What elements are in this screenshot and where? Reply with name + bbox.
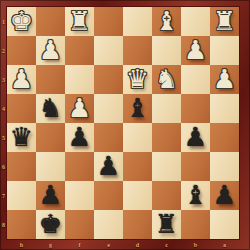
piece-black-king[interactable]: ♚ <box>39 211 62 237</box>
square-c2[interactable] <box>152 36 181 65</box>
square-a1[interactable]: ♜ <box>210 7 239 36</box>
file-label-e: e <box>94 239 123 250</box>
square-h8[interactable] <box>7 210 36 239</box>
rank-label-1: 1 <box>0 7 7 36</box>
square-h6[interactable] <box>7 152 36 181</box>
rank-label-8: 8 <box>0 210 7 239</box>
piece-white-pawn[interactable]: ♟ <box>39 37 62 63</box>
square-e5[interactable] <box>94 123 123 152</box>
file-label-b: b <box>181 239 210 250</box>
square-e2[interactable] <box>94 36 123 65</box>
piece-white-king[interactable]: ♚ <box>10 8 33 34</box>
square-h5[interactable]: ♛ <box>7 123 36 152</box>
piece-black-pawn[interactable]: ♟ <box>184 124 207 150</box>
square-b8[interactable] <box>181 210 210 239</box>
square-c5[interactable] <box>152 123 181 152</box>
square-f6[interactable] <box>65 152 94 181</box>
square-f4[interactable]: ♟ <box>65 94 94 123</box>
square-h3[interactable]: ♟ <box>7 65 36 94</box>
piece-black-pawn[interactable]: ♟ <box>39 182 62 208</box>
square-a4[interactable] <box>210 94 239 123</box>
piece-white-knight[interactable]: ♞ <box>155 66 178 92</box>
rank-label-5: 5 <box>0 123 7 152</box>
rank-label-3: 3 <box>0 65 7 94</box>
piece-white-pawn[interactable]: ♟ <box>184 37 207 63</box>
piece-white-rook[interactable]: ♜ <box>68 8 91 34</box>
square-e8[interactable] <box>94 210 123 239</box>
square-g1[interactable] <box>36 7 65 36</box>
piece-black-queen[interactable]: ♛ <box>10 124 33 150</box>
square-b6[interactable] <box>181 152 210 181</box>
square-c8[interactable]: ♜ <box>152 210 181 239</box>
square-e6[interactable]: ♟ <box>94 152 123 181</box>
square-f2[interactable] <box>65 36 94 65</box>
square-d8[interactable] <box>123 210 152 239</box>
square-d3[interactable]: ♛ <box>123 65 152 94</box>
file-label-f: f <box>65 239 94 250</box>
file-label-g: g <box>36 239 65 250</box>
square-g6[interactable] <box>36 152 65 181</box>
piece-white-pawn[interactable]: ♟ <box>68 95 91 121</box>
piece-white-queen[interactable]: ♛ <box>126 66 149 92</box>
square-g8[interactable]: ♚ <box>36 210 65 239</box>
piece-white-pawn[interactable]: ♟ <box>213 66 236 92</box>
piece-black-rook[interactable]: ♜ <box>155 211 178 237</box>
piece-black-bishop[interactable]: ♝ <box>184 182 207 208</box>
square-f7[interactable] <box>65 181 94 210</box>
square-f3[interactable] <box>65 65 94 94</box>
square-g4[interactable]: ♞ <box>36 94 65 123</box>
piece-black-pawn[interactable]: ♟ <box>68 124 91 150</box>
square-e4[interactable] <box>94 94 123 123</box>
rank-label-4: 4 <box>0 94 7 123</box>
square-g3[interactable] <box>36 65 65 94</box>
square-b2[interactable]: ♟ <box>181 36 210 65</box>
square-c3[interactable]: ♞ <box>152 65 181 94</box>
square-h4[interactable] <box>7 94 36 123</box>
square-c7[interactable] <box>152 181 181 210</box>
square-f1[interactable]: ♜ <box>65 7 94 36</box>
square-a5[interactable] <box>210 123 239 152</box>
square-a7[interactable]: ♟ <box>210 181 239 210</box>
square-a2[interactable] <box>210 36 239 65</box>
chess-board: ♚♜♝♜♟♟♟♛♞♟♞♟♝♛♟♟♟♟♝♟♚♜ <box>7 7 239 239</box>
piece-white-bishop[interactable]: ♝ <box>155 8 178 34</box>
square-f8[interactable] <box>65 210 94 239</box>
rank-label-6: 6 <box>0 152 7 181</box>
piece-black-knight[interactable]: ♞ <box>39 95 62 121</box>
square-d4[interactable]: ♝ <box>123 94 152 123</box>
file-label-h: h <box>7 239 36 250</box>
square-a3[interactable]: ♟ <box>210 65 239 94</box>
piece-black-pawn[interactable]: ♟ <box>213 182 236 208</box>
file-label-c: c <box>152 239 181 250</box>
rank-label-2: 2 <box>0 36 7 65</box>
square-h7[interactable] <box>7 181 36 210</box>
square-d2[interactable] <box>123 36 152 65</box>
board-frame: ♚♜♝♜♟♟♟♛♞♟♞♟♝♛♟♟♟♟♝♟♚♜ 12345678hgfedcba <box>0 0 250 250</box>
square-d1[interactable] <box>123 7 152 36</box>
square-d5[interactable] <box>123 123 152 152</box>
piece-black-pawn[interactable]: ♟ <box>97 153 120 179</box>
square-b3[interactable] <box>181 65 210 94</box>
rank-label-7: 7 <box>0 181 7 210</box>
square-g5[interactable] <box>36 123 65 152</box>
file-label-a: a <box>210 239 239 250</box>
square-b7[interactable]: ♝ <box>181 181 210 210</box>
square-d7[interactable] <box>123 181 152 210</box>
square-c6[interactable] <box>152 152 181 181</box>
square-h2[interactable] <box>7 36 36 65</box>
square-c4[interactable] <box>152 94 181 123</box>
square-e1[interactable] <box>94 7 123 36</box>
file-label-d: d <box>123 239 152 250</box>
piece-black-bishop[interactable]: ♝ <box>126 95 149 121</box>
square-b1[interactable] <box>181 7 210 36</box>
square-d6[interactable] <box>123 152 152 181</box>
square-b4[interactable] <box>181 94 210 123</box>
square-g7[interactable]: ♟ <box>36 181 65 210</box>
square-c1[interactable]: ♝ <box>152 7 181 36</box>
piece-white-rook[interactable]: ♜ <box>213 8 236 34</box>
square-f5[interactable]: ♟ <box>65 123 94 152</box>
piece-white-pawn[interactable]: ♟ <box>10 66 33 92</box>
square-a6[interactable] <box>210 152 239 181</box>
square-h1[interactable]: ♚ <box>7 7 36 36</box>
square-a8[interactable] <box>210 210 239 239</box>
square-e3[interactable] <box>94 65 123 94</box>
square-b5[interactable]: ♟ <box>181 123 210 152</box>
square-g2[interactable]: ♟ <box>36 36 65 65</box>
square-e7[interactable] <box>94 181 123 210</box>
